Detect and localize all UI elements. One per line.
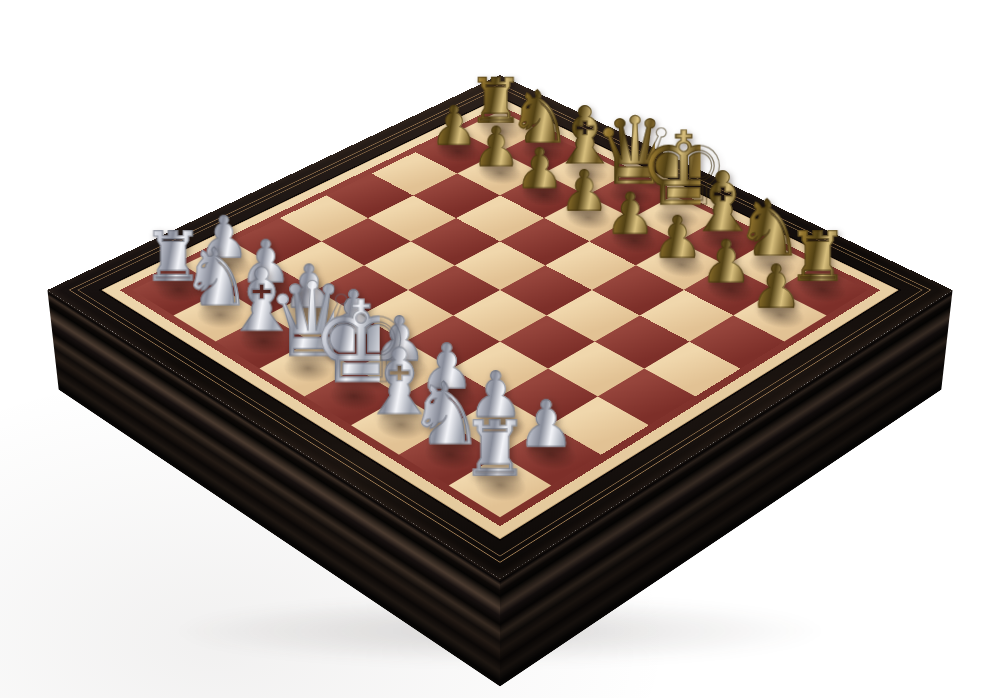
chess-set-photo: ♜♞♝♛♚♝♞♜♟♟♟♟♟♟♟♟♟♟♟♟♟♟♟♟♜♞♝♛♚♝♞♜: [0, 0, 985, 698]
white-rook[interactable]: ♜: [458, 411, 531, 487]
black-pawn[interactable]: ♟: [743, 257, 809, 316]
